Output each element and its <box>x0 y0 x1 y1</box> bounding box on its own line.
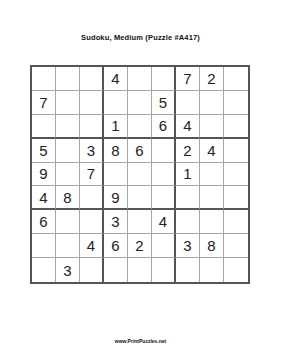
cell-r1c8: 2 <box>200 67 224 91</box>
cell-r5c6 <box>152 163 176 187</box>
cell-r7c1: 6 <box>32 210 56 234</box>
cell-r2c4 <box>104 91 128 115</box>
cell-r6c2: 8 <box>56 186 80 210</box>
cell-r5c1: 9 <box>32 163 56 187</box>
cell-r1c5 <box>128 67 152 91</box>
cell-r8c8: 8 <box>200 234 224 258</box>
cell-r7c9 <box>224 210 248 234</box>
cell-r3c7: 4 <box>176 115 200 139</box>
cell-r4c2 <box>56 139 80 163</box>
cell-r9c8 <box>200 258 224 282</box>
cell-r4c8: 4 <box>200 139 224 163</box>
cell-r9c7 <box>176 258 200 282</box>
cell-r4c1: 5 <box>32 139 56 163</box>
cell-r1c9 <box>224 67 248 91</box>
cell-r8c3: 4 <box>80 234 104 258</box>
cell-r2c8 <box>200 91 224 115</box>
cell-r6c3 <box>80 186 104 210</box>
cell-r8c6 <box>152 234 176 258</box>
cell-r6c8 <box>200 186 224 210</box>
cell-r5c3: 7 <box>80 163 104 187</box>
cell-r8c4: 6 <box>104 234 128 258</box>
cell-r8c9 <box>224 234 248 258</box>
cell-r4c7: 2 <box>176 139 200 163</box>
page-title: Sudoku, Medium (Puzzle #A417) <box>0 33 281 42</box>
cell-r9c2: 3 <box>56 258 80 282</box>
cell-r9c1 <box>32 258 56 282</box>
cell-r7c4: 3 <box>104 210 128 234</box>
cell-r7c6: 4 <box>152 210 176 234</box>
cell-r2c7 <box>176 91 200 115</box>
cell-r2c6: 5 <box>152 91 176 115</box>
cell-r7c8 <box>200 210 224 234</box>
cell-r1c7: 7 <box>176 67 200 91</box>
cell-r6c7 <box>176 186 200 210</box>
cell-r3c5 <box>128 115 152 139</box>
cell-r3c3 <box>80 115 104 139</box>
cell-r2c9 <box>224 91 248 115</box>
cell-r3c9 <box>224 115 248 139</box>
cell-r2c1: 7 <box>32 91 56 115</box>
cell-r1c3 <box>80 67 104 91</box>
cell-r8c2 <box>56 234 80 258</box>
cell-r1c4: 4 <box>104 67 128 91</box>
cell-r8c7: 3 <box>176 234 200 258</box>
footer-url: www.PrintPuzzles.net <box>0 338 281 344</box>
cell-r7c3 <box>80 210 104 234</box>
cell-r1c1 <box>32 67 56 91</box>
cell-r5c4 <box>104 163 128 187</box>
cell-r1c2 <box>56 67 80 91</box>
cell-r2c5 <box>128 91 152 115</box>
cell-r3c8 <box>200 115 224 139</box>
cell-r2c2 <box>56 91 80 115</box>
cell-r3c2 <box>56 115 80 139</box>
cell-r5c9 <box>224 163 248 187</box>
cell-r9c4 <box>104 258 128 282</box>
cell-r4c9 <box>224 139 248 163</box>
cell-r6c5 <box>128 186 152 210</box>
cell-r5c2 <box>56 163 80 187</box>
cell-r8c5: 2 <box>128 234 152 258</box>
cell-r4c3: 3 <box>80 139 104 163</box>
cell-r3c1 <box>32 115 56 139</box>
cell-r4c5: 6 <box>128 139 152 163</box>
cell-r3c6: 6 <box>152 115 176 139</box>
cell-r5c8 <box>200 163 224 187</box>
cell-r2c3 <box>80 91 104 115</box>
cell-r6c4: 9 <box>104 186 128 210</box>
cell-r6c9 <box>224 186 248 210</box>
cell-r9c5 <box>128 258 152 282</box>
cell-r1c6 <box>152 67 176 91</box>
cell-r7c5 <box>128 210 152 234</box>
cell-r8c1 <box>32 234 56 258</box>
cell-r9c6 <box>152 258 176 282</box>
cell-r6c1: 4 <box>32 186 56 210</box>
cell-r4c6 <box>152 139 176 163</box>
cell-r5c7: 1 <box>176 163 200 187</box>
cell-r7c2 <box>56 210 80 234</box>
cell-r5c5 <box>128 163 152 187</box>
cell-r9c9 <box>224 258 248 282</box>
cell-r6c6 <box>152 186 176 210</box>
cell-r7c7 <box>176 210 200 234</box>
cell-r9c3 <box>80 258 104 282</box>
sudoku-board: 47275164538624971489634462383 <box>30 65 250 284</box>
cell-r4c4: 8 <box>104 139 128 163</box>
cell-r3c4: 1 <box>104 115 128 139</box>
page: Sudoku, Medium (Puzzle #A417) 4727516453… <box>0 0 281 363</box>
